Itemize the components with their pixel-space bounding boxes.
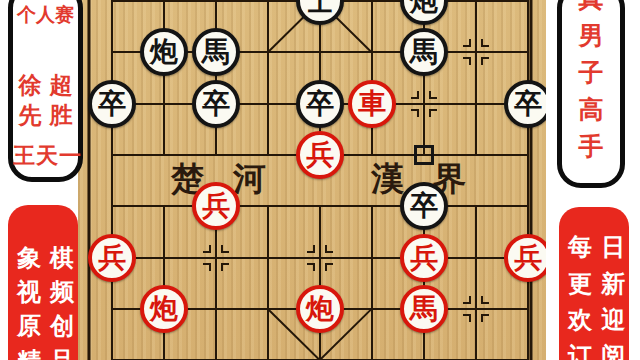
point-marker-c4 [203,263,211,271]
event-title: 个人赛 [13,2,78,28]
subscribe-row: 欢迎 [559,304,629,336]
piece-red-馬-g3[interactable]: 馬 [400,285,448,333]
channel-tagline-panel: 象棋 视频 原创 精品 [8,205,78,360]
piece-red-炮-e3[interactable]: 炮 [296,285,344,333]
file-line-d-bottom [267,206,269,360]
point-marker-e4 [307,263,315,271]
point-marker-h3 [481,314,489,322]
piece-red-炮-b3[interactable]: 炮 [140,285,188,333]
point-marker-h8 [481,39,489,47]
point-marker-e4 [325,263,333,271]
subscribe-panel: 每日 更新 欢迎 订阅 [559,207,629,360]
file-line-h-bottom [475,206,477,360]
file-line-h-top [475,0,477,155]
point-marker-g7 [429,91,437,99]
file-line-c-top [215,0,217,155]
piece-black-馬-c8[interactable]: 馬 [192,28,240,76]
piece-red-兵-e6[interactable]: 兵 [296,131,344,179]
piece-black-卒-e7[interactable]: 卒 [296,80,344,128]
subscribe-row: 订阅 [559,340,629,360]
river-label: 河 [233,162,266,195]
point-marker-h8 [463,39,471,47]
last-move-marker [414,145,434,165]
point-marker-h3 [463,314,471,322]
file-line-f-top [371,0,373,155]
file-line-a [111,0,113,360]
player-black-name: 王天一 [13,141,78,171]
point-marker-g7 [429,109,437,117]
piece-black-炮-g9[interactable]: 炮 [400,0,448,25]
piece-black-炮-b8[interactable]: 炮 [140,28,188,76]
piece-black-卒-i7[interactable]: 卒 [504,80,546,128]
subtitle-vertical-text: 真男子高手 [578,0,605,165]
tagline-row: 精品 [8,345,78,360]
tagline-row: 视频 [8,276,78,308]
piece-red-兵-c5[interactable]: 兵 [192,182,240,230]
river-label: 漢 [371,162,404,195]
point-marker-c4 [221,263,229,271]
piece-red-兵-i4[interactable]: 兵 [504,234,546,282]
piece-black-馬-g8[interactable]: 馬 [400,28,448,76]
piece-red-兵-a4[interactable]: 兵 [88,234,136,282]
event-info-panel: 个人赛 徐 超 先 胜 王天一 [8,0,83,182]
piece-black-卒-c7[interactable]: 卒 [192,80,240,128]
point-marker-c4 [203,245,211,253]
board-frame-right [530,0,533,360]
subtitle-panel: 真男子高手 [557,0,625,188]
point-marker-c4 [221,245,229,253]
piece-red-車-f7[interactable]: 車 [348,80,396,128]
result-label: 先 胜 [13,100,78,131]
tagline-row: 原创 [8,310,78,342]
file-line-b-bottom [163,206,165,360]
point-marker-h8 [481,57,489,65]
point-marker-h3 [463,296,471,304]
point-marker-h8 [463,57,471,65]
subscribe-row: 每日 [559,231,629,263]
point-marker-e4 [307,245,315,253]
file-line-d-top [267,0,269,155]
point-marker-g7 [411,91,419,99]
file-line-f-bottom [371,206,373,360]
piece-black-士-e9[interactable]: 士 [296,0,344,25]
piece-black-卒-a7[interactable]: 卒 [88,80,136,128]
xiangqi-board: 楚河漢界士炮炮馬馬卒卒卒卒卒車兵兵兵兵兵炮炮馬 [78,0,546,360]
player-red-name: 徐 超 [13,70,78,101]
file-line-b-top [163,0,165,155]
video-frame: 楚河漢界士炮炮馬馬卒卒卒卒卒車兵兵兵兵兵炮炮馬 个人赛 徐 超 先 胜 王天一 … [0,0,640,360]
file-line-e-bottom [319,206,321,360]
point-marker-h3 [481,296,489,304]
board-frame-left [88,0,91,360]
piece-red-兵-g4[interactable]: 兵 [400,234,448,282]
point-marker-e4 [325,245,333,253]
tagline-row: 象棋 [8,242,78,274]
piece-black-卒-g5[interactable]: 卒 [400,182,448,230]
subscribe-row: 更新 [559,268,629,300]
point-marker-g7 [411,109,419,117]
